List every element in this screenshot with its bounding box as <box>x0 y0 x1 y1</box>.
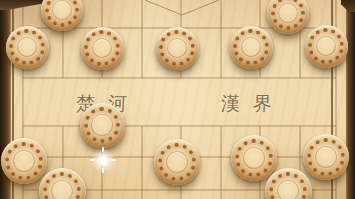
piece-face-down-f7r7[interactable] <box>231 135 277 181</box>
piece-face-down-f5r7[interactable] <box>154 139 200 185</box>
piece-face-down-f9r4[interactable] <box>305 25 348 68</box>
piece-face-down-f7r4[interactable] <box>230 26 273 69</box>
piece-blank-face <box>278 3 298 23</box>
piece-face-down-f1r4[interactable] <box>6 26 49 69</box>
piece-face-down-f3r6[interactable] <box>80 103 125 148</box>
piece-blank-face <box>91 114 113 136</box>
xiangqi-board[interactable]: 楚河 漢界 <box>0 0 355 199</box>
piece-face-down-f5r4[interactable] <box>156 27 199 70</box>
piece-blank-face <box>315 146 337 168</box>
piece-face-down-f3r4[interactable] <box>81 27 124 70</box>
piece-blank-face <box>243 147 265 169</box>
piece-blank-face <box>277 180 300 199</box>
board-right-edge <box>346 0 355 199</box>
piece-blank-face <box>51 180 74 199</box>
piece-face-down-f1r7[interactable] <box>1 138 47 184</box>
piece-blank-face <box>52 0 72 20</box>
piece-blank-face <box>13 150 35 172</box>
piece-blank-face <box>166 151 188 173</box>
river-label-han-jie: 漢界 <box>221 92 286 116</box>
piece-face-down-f9r7[interactable] <box>303 134 349 180</box>
